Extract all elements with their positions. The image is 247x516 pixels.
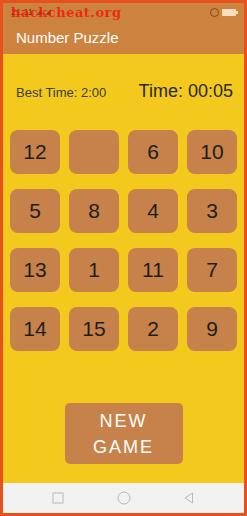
tile[interactable]: 1 bbox=[69, 248, 119, 292]
tile[interactable]: 5 bbox=[10, 189, 60, 233]
tile[interactable]: 6 bbox=[128, 130, 178, 174]
tile[interactable]: 2 bbox=[128, 307, 178, 351]
battery-icon bbox=[222, 9, 236, 16]
game-area: Best Time: 2:00 Time: 00:05 12 6 10 5 8 … bbox=[3, 54, 244, 483]
alarm-icon bbox=[210, 8, 219, 17]
page-title: Number Puzzle bbox=[16, 29, 119, 46]
watermark-text: hackcheat.org bbox=[11, 5, 122, 20]
home-icon[interactable] bbox=[117, 491, 131, 505]
android-nav-bar bbox=[3, 483, 244, 513]
back-icon[interactable] bbox=[182, 491, 196, 505]
status-bar: 21:11 hackcheat.org bbox=[3, 3, 244, 21]
phone-screen: 21:11 hackcheat.org Number Puzzle Best T… bbox=[0, 0, 247, 516]
tile[interactable]: 14 bbox=[10, 307, 60, 351]
tile[interactable]: 10 bbox=[187, 130, 237, 174]
tile[interactable]: 4 bbox=[128, 189, 178, 233]
tile[interactable]: 13 bbox=[10, 248, 60, 292]
app-bar: Number Puzzle bbox=[3, 21, 244, 54]
timers-row: Best Time: 2:00 Time: 00:05 bbox=[16, 81, 233, 102]
tile[interactable]: 7 bbox=[187, 248, 237, 292]
tile[interactable]: 12 bbox=[10, 130, 60, 174]
tile[interactable]: 11 bbox=[128, 248, 178, 292]
tile[interactable]: 3 bbox=[187, 189, 237, 233]
new-game-label: NEW GAME bbox=[78, 408, 170, 460]
new-game-button[interactable]: NEW GAME bbox=[65, 403, 183, 464]
best-time-label: Best Time: 2:00 bbox=[16, 85, 106, 100]
puzzle-grid: 12 6 10 5 8 4 3 13 1 11 7 14 15 2 9 bbox=[3, 130, 244, 351]
recents-icon[interactable] bbox=[51, 491, 65, 505]
tile[interactable]: 8 bbox=[69, 189, 119, 233]
tile[interactable]: 15 bbox=[69, 307, 119, 351]
current-time-label: Time: 00:05 bbox=[139, 81, 233, 102]
tile[interactable]: 9 bbox=[187, 307, 237, 351]
empty-tile bbox=[69, 130, 119, 174]
